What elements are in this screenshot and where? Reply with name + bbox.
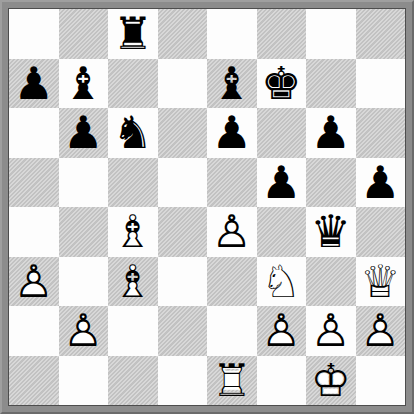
square-g2[interactable]: ♟♙ (306, 306, 356, 356)
white-queen-icon: ♛♕ (356, 257, 406, 307)
square-h5[interactable]: ♟ (356, 158, 406, 208)
square-d5[interactable] (158, 158, 208, 208)
square-g5[interactable] (306, 158, 356, 208)
black-bishop-icon: ♝ (59, 59, 109, 109)
white-knight-icon: ♞♘ (257, 257, 307, 307)
black-pawn-icon: ♟ (59, 108, 109, 158)
square-a8[interactable] (9, 9, 59, 59)
square-d7[interactable] (158, 59, 208, 109)
square-c6[interactable]: ♞ (108, 108, 158, 158)
square-e6[interactable]: ♟ (207, 108, 257, 158)
square-e7[interactable]: ♝ (207, 59, 257, 109)
square-h8[interactable] (356, 9, 406, 59)
square-a6[interactable] (9, 108, 59, 158)
black-queen-icon: ♛ (306, 207, 356, 257)
square-c7[interactable] (108, 59, 158, 109)
white-pawn-icon: ♟♙ (257, 306, 307, 356)
black-pawn-icon: ♟ (9, 59, 59, 109)
black-pawn-icon: ♟ (257, 158, 307, 208)
square-d6[interactable] (158, 108, 208, 158)
black-pawn-icon: ♟ (356, 158, 406, 208)
square-e5[interactable] (207, 158, 257, 208)
square-c8[interactable]: ♜ (108, 9, 158, 59)
square-b6[interactable]: ♟ (59, 108, 109, 158)
square-d1[interactable] (158, 356, 208, 406)
square-b1[interactable] (59, 356, 109, 406)
square-d2[interactable] (158, 306, 208, 356)
white-king-icon: ♚♔ (306, 356, 356, 406)
square-g8[interactable] (306, 9, 356, 59)
square-a3[interactable]: ♟♙ (9, 257, 59, 307)
square-b2[interactable]: ♟♙ (59, 306, 109, 356)
square-e4[interactable]: ♟♙ (207, 207, 257, 257)
white-pawn-icon: ♟♙ (207, 207, 257, 257)
square-e1[interactable]: ♜♖ (207, 356, 257, 406)
square-c4[interactable]: ♝♗ (108, 207, 158, 257)
square-h2[interactable]: ♟♙ (356, 306, 406, 356)
black-pawn-icon: ♟ (207, 108, 257, 158)
board-frame: ♜♟♝♝♚♟♞♟♟♟♟♝♗♟♙♛♟♙♝♗♞♘♛♕♟♙♟♙♟♙♟♙♜♖♚♔ (0, 0, 414, 414)
square-b4[interactable] (59, 207, 109, 257)
square-e8[interactable] (207, 9, 257, 59)
white-rook-icon: ♜♖ (207, 356, 257, 406)
square-c1[interactable] (108, 356, 158, 406)
white-pawn-icon: ♟♙ (9, 257, 59, 307)
square-a7[interactable]: ♟ (9, 59, 59, 109)
black-bishop-icon: ♝ (207, 59, 257, 109)
square-c5[interactable] (108, 158, 158, 208)
white-pawn-icon: ♟♙ (59, 306, 109, 356)
square-b3[interactable] (59, 257, 109, 307)
square-g3[interactable] (306, 257, 356, 307)
square-g4[interactable]: ♛ (306, 207, 356, 257)
square-d3[interactable] (158, 257, 208, 307)
white-pawn-icon: ♟♙ (306, 306, 356, 356)
square-h1[interactable] (356, 356, 406, 406)
white-bishop-icon: ♝♗ (108, 257, 158, 307)
square-g1[interactable]: ♚♔ (306, 356, 356, 406)
square-b7[interactable]: ♝ (59, 59, 109, 109)
square-d4[interactable] (158, 207, 208, 257)
square-g7[interactable] (306, 59, 356, 109)
square-h7[interactable] (356, 59, 406, 109)
square-c3[interactable]: ♝♗ (108, 257, 158, 307)
square-c2[interactable] (108, 306, 158, 356)
square-e2[interactable] (207, 306, 257, 356)
square-f8[interactable] (257, 9, 307, 59)
square-f1[interactable] (257, 356, 307, 406)
square-a4[interactable] (9, 207, 59, 257)
square-h6[interactable] (356, 108, 406, 158)
square-a5[interactable] (9, 158, 59, 208)
chess-board: ♜♟♝♝♚♟♞♟♟♟♟♝♗♟♙♛♟♙♝♗♞♘♛♕♟♙♟♙♟♙♟♙♜♖♚♔ (8, 8, 406, 406)
black-rook-icon: ♜ (108, 9, 158, 59)
square-f7[interactable]: ♚ (257, 59, 307, 109)
square-f5[interactable]: ♟ (257, 158, 307, 208)
square-a1[interactable] (9, 356, 59, 406)
square-f3[interactable]: ♞♘ (257, 257, 307, 307)
square-e3[interactable] (207, 257, 257, 307)
square-f6[interactable] (257, 108, 307, 158)
square-h4[interactable] (356, 207, 406, 257)
square-g6[interactable]: ♟ (306, 108, 356, 158)
square-b8[interactable] (59, 9, 109, 59)
square-f2[interactable]: ♟♙ (257, 306, 307, 356)
black-pawn-icon: ♟ (306, 108, 356, 158)
square-f4[interactable] (257, 207, 307, 257)
square-b5[interactable] (59, 158, 109, 208)
black-king-icon: ♚ (257, 59, 307, 109)
square-a2[interactable] (9, 306, 59, 356)
square-h3[interactable]: ♛♕ (356, 257, 406, 307)
square-d8[interactable] (158, 9, 208, 59)
white-bishop-icon: ♝♗ (108, 207, 158, 257)
white-pawn-icon: ♟♙ (356, 306, 406, 356)
black-knight-icon: ♞ (108, 108, 158, 158)
